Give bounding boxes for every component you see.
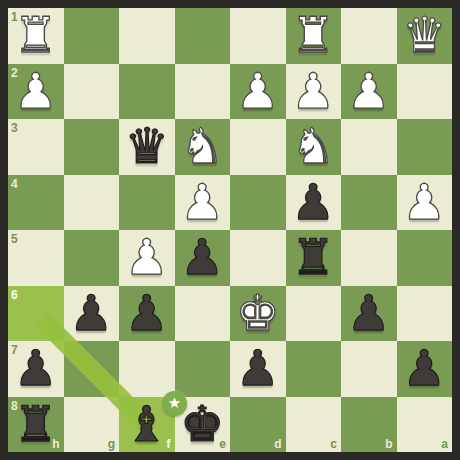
square-c3[interactable]: ♞ xyxy=(286,119,342,175)
square-b8[interactable]: b xyxy=(341,397,397,453)
piece-white-rook[interactable]: ♜ xyxy=(286,8,342,64)
piece-black-pawn[interactable]: ♟ xyxy=(64,286,120,342)
square-f7[interactable] xyxy=(119,341,175,397)
square-b4[interactable] xyxy=(341,175,397,231)
piece-black-pawn[interactable]: ♟ xyxy=(397,341,453,397)
rank-label-3: 3 xyxy=(11,122,18,134)
piece-white-pawn[interactable]: ♟ xyxy=(341,64,397,120)
square-a3[interactable] xyxy=(397,119,453,175)
piece-white-pawn[interactable]: ♟ xyxy=(397,175,453,231)
square-g7[interactable] xyxy=(64,341,120,397)
square-g1[interactable] xyxy=(64,8,120,64)
square-c4[interactable]: ♟ xyxy=(286,175,342,231)
piece-white-pawn[interactable]: ♟ xyxy=(230,64,286,120)
piece-black-pawn[interactable]: ♟ xyxy=(341,286,397,342)
piece-white-queen[interactable]: ♛ xyxy=(397,8,453,64)
piece-black-rook[interactable]: ♜ xyxy=(286,230,342,286)
square-e7[interactable] xyxy=(175,341,231,397)
square-e5[interactable]: ♟ xyxy=(175,230,231,286)
square-f6[interactable]: ♟ xyxy=(119,286,175,342)
square-c2[interactable]: ♟ xyxy=(286,64,342,120)
square-e4[interactable]: ♟ xyxy=(175,175,231,231)
square-c6[interactable] xyxy=(286,286,342,342)
best-move-star-badge: ★ xyxy=(162,391,187,416)
square-b3[interactable] xyxy=(341,119,397,175)
square-d3[interactable] xyxy=(230,119,286,175)
square-g8[interactable]: g xyxy=(64,397,120,453)
piece-black-rook[interactable]: ♜ xyxy=(8,397,64,453)
piece-white-rook[interactable]: ♜ xyxy=(8,8,64,64)
square-f1[interactable] xyxy=(119,8,175,64)
file-label-g: g xyxy=(108,438,115,450)
square-g5[interactable] xyxy=(64,230,120,286)
piece-white-pawn[interactable]: ♟ xyxy=(119,230,175,286)
rank-label-4: 4 xyxy=(11,178,18,190)
square-f2[interactable] xyxy=(119,64,175,120)
chess-board-frame: 1♜♜♛2♟♟♟♟3♛♞♞4♟♟♟5♟♟♜6♟♟♚♟7♟♟♟8h♜gf♝e♚dc… xyxy=(0,0,460,460)
piece-black-queen[interactable]: ♛ xyxy=(119,119,175,175)
square-g3[interactable] xyxy=(64,119,120,175)
square-c1[interactable]: ♜ xyxy=(286,8,342,64)
piece-black-pawn[interactable]: ♟ xyxy=(286,175,342,231)
square-d6[interactable]: ♚ xyxy=(230,286,286,342)
square-h3[interactable]: 3 xyxy=(8,119,64,175)
chess-board: 1♜♜♛2♟♟♟♟3♛♞♞4♟♟♟5♟♟♜6♟♟♚♟7♟♟♟8h♜gf♝e♚dc… xyxy=(8,8,452,452)
square-a2[interactable] xyxy=(397,64,453,120)
square-g6[interactable]: ♟ xyxy=(64,286,120,342)
square-d4[interactable] xyxy=(230,175,286,231)
piece-black-pawn[interactable]: ♟ xyxy=(230,341,286,397)
square-a4[interactable]: ♟ xyxy=(397,175,453,231)
square-f4[interactable] xyxy=(119,175,175,231)
square-d7[interactable]: ♟ xyxy=(230,341,286,397)
square-a6[interactable] xyxy=(397,286,453,342)
square-f3[interactable]: ♛ xyxy=(119,119,175,175)
piece-white-king[interactable]: ♚ xyxy=(230,286,286,342)
square-h8[interactable]: 8h♜ xyxy=(8,397,64,453)
square-h6[interactable]: 6 xyxy=(8,286,64,342)
square-c8[interactable]: c xyxy=(286,397,342,453)
piece-white-pawn[interactable]: ♟ xyxy=(8,64,64,120)
square-e2[interactable] xyxy=(175,64,231,120)
square-b1[interactable] xyxy=(341,8,397,64)
square-a7[interactable]: ♟ xyxy=(397,341,453,397)
square-h2[interactable]: 2♟ xyxy=(8,64,64,120)
piece-white-pawn[interactable]: ♟ xyxy=(286,64,342,120)
file-label-b: b xyxy=(385,438,392,450)
square-h7[interactable]: 7♟ xyxy=(8,341,64,397)
piece-white-knight[interactable]: ♞ xyxy=(175,119,231,175)
square-a1[interactable]: ♛ xyxy=(397,8,453,64)
square-e1[interactable] xyxy=(175,8,231,64)
square-h4[interactable]: 4 xyxy=(8,175,64,231)
square-b5[interactable] xyxy=(341,230,397,286)
piece-black-pawn[interactable]: ♟ xyxy=(8,341,64,397)
square-h1[interactable]: 1♜ xyxy=(8,8,64,64)
square-c7[interactable] xyxy=(286,341,342,397)
square-a8[interactable]: a xyxy=(397,397,453,453)
square-b7[interactable] xyxy=(341,341,397,397)
square-g2[interactable] xyxy=(64,64,120,120)
rank-label-6: 6 xyxy=(11,289,18,301)
square-a5[interactable] xyxy=(397,230,453,286)
square-d8[interactable]: d xyxy=(230,397,286,453)
square-d5[interactable] xyxy=(230,230,286,286)
square-g4[interactable] xyxy=(64,175,120,231)
square-f5[interactable]: ♟ xyxy=(119,230,175,286)
piece-white-knight[interactable]: ♞ xyxy=(286,119,342,175)
file-label-d: d xyxy=(274,438,281,450)
piece-black-pawn[interactable]: ♟ xyxy=(175,230,231,286)
file-label-a: a xyxy=(441,438,448,450)
square-d1[interactable] xyxy=(230,8,286,64)
square-h5[interactable]: 5 xyxy=(8,230,64,286)
piece-black-pawn[interactable]: ♟ xyxy=(119,286,175,342)
square-b2[interactable]: ♟ xyxy=(341,64,397,120)
square-b6[interactable]: ♟ xyxy=(341,286,397,342)
star-icon: ★ xyxy=(168,396,181,411)
piece-white-pawn[interactable]: ♟ xyxy=(175,175,231,231)
square-d2[interactable]: ♟ xyxy=(230,64,286,120)
square-e6[interactable] xyxy=(175,286,231,342)
square-c5[interactable]: ♜ xyxy=(286,230,342,286)
file-label-c: c xyxy=(330,438,337,450)
square-e3[interactable]: ♞ xyxy=(175,119,231,175)
rank-label-5: 5 xyxy=(11,233,18,245)
